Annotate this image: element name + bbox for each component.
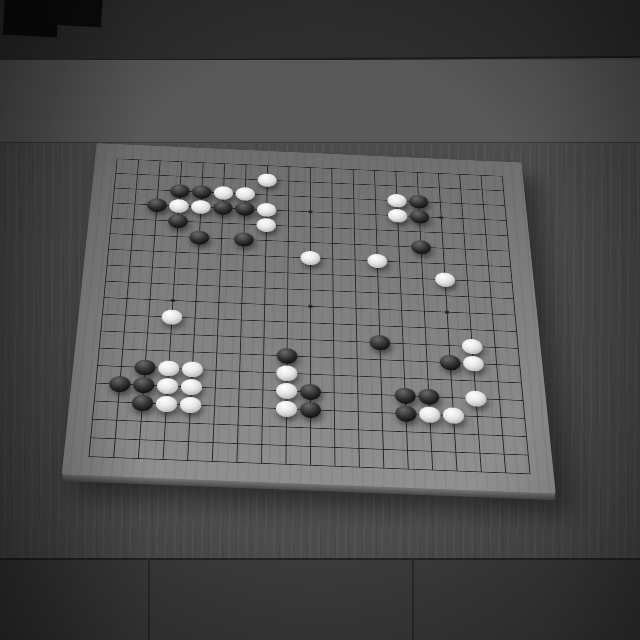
- intersection-c8r13: [251, 346, 275, 364]
- intersection-c18r18: [491, 444, 517, 464]
- intersection-c2r18: [102, 429, 128, 449]
- intersection-c18r3: [472, 196, 495, 212]
- intersection-c18r2: [470, 182, 493, 198]
- intersection-c16r2: [428, 180, 450, 196]
- intersection-c6r14: [203, 361, 227, 379]
- intersection-c13r14: [369, 368, 393, 386]
- intersection-c4r13: [157, 342, 182, 360]
- intersection-c15r8: [411, 270, 434, 287]
- star-point: [308, 304, 312, 307]
- star-point: [439, 216, 443, 219]
- intersection-c7r4: [233, 201, 255, 217]
- intersection-c11r3: [321, 190, 343, 206]
- intersection-c14r5: [387, 222, 410, 238]
- intersection-c15r2: [406, 179, 428, 195]
- intersection-c9r15: [274, 381, 298, 400]
- intersection-c11r7: [321, 250, 343, 267]
- intersection-c9r6: [277, 233, 299, 249]
- intersection-c19r2: [492, 183, 515, 199]
- intersection-c5r17: [177, 413, 202, 432]
- intersection-c17r11: [459, 321, 483, 339]
- intersection-c9r13: [275, 346, 299, 364]
- intersection-c2r9: [116, 273, 140, 290]
- intersection-c1r9: [93, 272, 117, 289]
- intersection-c19r11: [504, 322, 528, 340]
- intersection-c4r19: [150, 449, 176, 469]
- black-stone: [108, 375, 130, 392]
- black-stone: [394, 387, 416, 404]
- intersection-c10r12: [298, 330, 321, 348]
- intersection-c7r3: [234, 186, 256, 202]
- intersection-c7r12: [228, 328, 252, 346]
- intersection-c12r10: [344, 299, 367, 316]
- intersection-c10r4: [299, 204, 321, 220]
- intersection-c13r12: [368, 333, 392, 351]
- intersection-c13r13: [368, 350, 392, 368]
- intersection-c6r5: [210, 215, 233, 231]
- black-stone: [276, 348, 297, 364]
- white-stone: [235, 187, 255, 201]
- white-stone: [276, 365, 297, 381]
- intersection-c1r18: [77, 428, 103, 448]
- intersection-c9r10: [276, 296, 299, 313]
- intersection-c3r7: [141, 243, 165, 260]
- intersection-c17r12: [460, 337, 484, 355]
- photo-scene: [0, 0, 640, 640]
- intersection-c15r11: [413, 319, 437, 337]
- dark-object-corner: [51, 0, 103, 27]
- intersection-c8r17: [249, 416, 274, 435]
- intersection-c2r3: [124, 181, 147, 197]
- black-stone: [409, 209, 429, 223]
- intersection-c8r1: [256, 158, 278, 173]
- intersection-c14r17: [394, 422, 419, 441]
- intersection-c3r17: [128, 411, 154, 430]
- intersection-c7r2: [234, 171, 256, 187]
- intersection-c12r12: [345, 332, 368, 350]
- white-stone: [462, 355, 484, 371]
- intersection-c8r3: [256, 187, 278, 203]
- intersection-c18r14: [485, 372, 510, 390]
- intersection-c11r5: [321, 220, 343, 236]
- intersection-c11r17: [322, 419, 346, 438]
- intersection-c3r12: [135, 324, 160, 342]
- intersection-c12r15: [345, 384, 369, 403]
- intersection-c14r1: [384, 163, 406, 178]
- intersection-c3r5: [144, 212, 167, 228]
- intersection-c16r12: [437, 336, 461, 354]
- intersection-c12r18: [346, 438, 371, 458]
- intersection-c11r9: [321, 282, 344, 299]
- black-stone: [411, 240, 431, 255]
- intersection-c14r9: [389, 285, 412, 302]
- intersection-c8r11: [252, 312, 275, 330]
- white-stone: [256, 202, 276, 216]
- white-stone: [190, 200, 210, 214]
- intersection-c5r10: [184, 292, 208, 309]
- intersection-c10r9: [299, 281, 322, 298]
- black-stone: [395, 405, 417, 422]
- intersection-c13r9: [366, 284, 389, 301]
- intersection-c5r18: [175, 432, 200, 452]
- intersection-c17r7: [454, 256, 477, 273]
- intersection-c9r9: [276, 280, 299, 297]
- intersection-c6r11: [206, 310, 230, 328]
- intersection-c13r1: [363, 162, 385, 177]
- intersection-c13r4: [364, 206, 386, 222]
- intersection-c17r18: [467, 443, 492, 463]
- intersection-c16r19: [444, 461, 470, 481]
- intersection-c5r1: [192, 155, 214, 170]
- intersection-c14r16: [393, 404, 418, 423]
- intersection-c17r3: [450, 195, 473, 211]
- intersection-c16r5: [430, 224, 453, 240]
- intersection-c12r16: [346, 402, 370, 421]
- intersection-c4r12: [158, 325, 182, 343]
- intersection-c17r8: [455, 272, 479, 289]
- black-stone: [132, 376, 154, 393]
- intersection-c6r2: [213, 170, 235, 186]
- intersection-c13r5: [365, 222, 387, 238]
- intersection-c4r17: [152, 412, 177, 431]
- intersection-c7r6: [232, 231, 255, 247]
- intersection-c17r10: [457, 304, 481, 321]
- intersection-c9r11: [275, 313, 298, 331]
- intersection-c1r14: [84, 356, 109, 374]
- white-stone: [155, 395, 177, 412]
- intersection-c9r16: [274, 399, 298, 418]
- intersection-c2r14: [108, 357, 133, 375]
- intersection-c5r11: [183, 309, 207, 327]
- black-stone: [299, 383, 320, 400]
- intersection-c9r8: [276, 264, 299, 281]
- star-point: [444, 310, 449, 313]
- intersection-c19r10: [503, 306, 527, 323]
- intersection-c1r7: [96, 241, 120, 258]
- intersection-c14r18: [395, 440, 420, 460]
- black-stone: [299, 401, 320, 418]
- intersection-c3r10: [137, 290, 161, 307]
- intersection-c16r9: [434, 287, 458, 304]
- white-stone: [465, 390, 487, 407]
- intersection-c18r4: [473, 211, 496, 227]
- intersection-c1r2: [104, 165, 127, 181]
- intersection-c4r14: [156, 359, 181, 377]
- intersection-c18r7: [476, 257, 499, 274]
- black-stone: [418, 388, 440, 405]
- intersection-c4r1: [170, 154, 192, 169]
- intersection-c19r17: [513, 427, 539, 446]
- intersection-c8r2: [256, 172, 278, 188]
- intersection-c10r19: [298, 455, 323, 475]
- intersection-c14r15: [393, 386, 417, 405]
- white-stone: [300, 250, 320, 265]
- intersection-c3r11: [136, 307, 160, 325]
- intersection-c4r16: [153, 394, 178, 413]
- intersection-c11r19: [322, 456, 347, 476]
- black-stone: [134, 359, 156, 375]
- intersection-c3r14: [132, 358, 157, 376]
- intersection-c7r19: [224, 452, 249, 472]
- intersection-c19r12: [506, 339, 531, 357]
- intersection-c14r13: [391, 351, 415, 369]
- intersection-c11r10: [321, 298, 344, 315]
- intersection-c3r18: [126, 430, 152, 450]
- intersection-c6r4: [211, 200, 234, 216]
- white-stone: [367, 253, 387, 268]
- intersection-c1r13: [86, 339, 111, 357]
- intersection-c12r19: [347, 457, 372, 477]
- go-grid: [75, 151, 542, 484]
- intersection-c18r9: [479, 289, 503, 306]
- intersection-c6r19: [199, 451, 224, 471]
- intersection-c19r15: [510, 391, 535, 410]
- intersection-c7r7: [231, 246, 254, 263]
- intersection-c7r13: [228, 345, 252, 363]
- black-stone: [408, 194, 428, 208]
- intersection-c11r8: [321, 266, 344, 283]
- intersection-c10r8: [299, 265, 322, 282]
- white-stone: [387, 193, 407, 207]
- intersection-c18r8: [478, 273, 502, 290]
- intersection-c15r1: [406, 164, 428, 179]
- intersection-c19r16: [512, 409, 537, 428]
- white-stone: [213, 186, 233, 200]
- intersection-c3r3: [146, 182, 169, 198]
- intersection-c10r14: [298, 365, 322, 383]
- intersection-c2r7: [119, 242, 143, 259]
- intersection-c17r17: [466, 425, 491, 444]
- intersection-c1r5: [99, 210, 123, 226]
- intersection-c7r16: [226, 397, 251, 416]
- black-stone: [167, 214, 187, 228]
- intersection-c6r1: [213, 156, 235, 171]
- go-board: [62, 143, 556, 493]
- black-stone: [189, 230, 209, 245]
- intersection-c17r13: [461, 354, 485, 372]
- intersection-c10r5: [299, 219, 321, 235]
- intersection-c18r15: [487, 390, 512, 409]
- intersection-c17r6: [453, 241, 476, 257]
- intersection-c12r8: [344, 267, 367, 284]
- plank-seam: [412, 558, 414, 640]
- intersection-c4r8: [163, 259, 187, 276]
- go-board-wood: [62, 143, 556, 493]
- intersection-c5r14: [180, 360, 205, 378]
- intersection-c7r8: [231, 262, 254, 279]
- intersection-c19r19: [516, 464, 542, 484]
- intersection-c6r8: [208, 261, 231, 278]
- intersection-c16r16: [441, 406, 466, 425]
- intersection-c6r3: [212, 185, 234, 201]
- intersection-c7r11: [229, 311, 253, 329]
- black-stone: [131, 394, 153, 411]
- intersection-c2r8: [117, 257, 141, 274]
- intersection-c7r14: [227, 362, 251, 380]
- intersection-c12r3: [342, 191, 364, 207]
- intersection-c7r10: [230, 294, 253, 311]
- intersection-c4r5: [166, 213, 189, 229]
- intersection-c15r17: [418, 423, 443, 442]
- intersection-c17r14: [462, 371, 487, 389]
- intersection-c11r4: [321, 204, 343, 220]
- intersection-c2r13: [110, 340, 135, 358]
- intersection-c15r18: [419, 441, 444, 461]
- intersection-c4r9: [162, 275, 186, 292]
- intersection-c2r19: [100, 447, 126, 467]
- intersection-c15r6: [409, 239, 432, 255]
- table-plank-bottom: [0, 558, 640, 640]
- intersection-c13r8: [366, 268, 389, 285]
- intersection-c9r2: [278, 173, 300, 189]
- intersection-c13r3: [364, 192, 386, 208]
- intersection-c13r11: [367, 317, 390, 335]
- black-stone: [439, 354, 460, 370]
- intersection-c8r9: [253, 279, 276, 296]
- intersection-c16r3: [429, 194, 452, 210]
- intersection-c17r2: [449, 181, 471, 197]
- intersection-c9r12: [275, 330, 298, 348]
- intersection-c1r3: [102, 180, 125, 196]
- intersection-c2r1: [127, 152, 150, 167]
- intersection-c6r13: [204, 344, 228, 362]
- intersection-c10r18: [298, 436, 322, 456]
- plank-seam: [148, 558, 150, 640]
- intersection-c2r2: [126, 166, 149, 182]
- intersection-c16r13: [438, 353, 462, 371]
- intersection-c15r3: [407, 194, 429, 210]
- intersection-c11r15: [322, 383, 346, 402]
- intersection-c19r13: [507, 356, 532, 374]
- intersection-c5r8: [185, 260, 208, 277]
- intersection-c9r5: [277, 218, 299, 234]
- intersection-c1r19: [75, 446, 102, 466]
- intersection-c8r16: [250, 398, 274, 417]
- intersection-c1r17: [79, 409, 105, 428]
- white-stone: [257, 173, 276, 187]
- intersection-c5r9: [185, 276, 209, 293]
- intersection-c12r11: [344, 316, 367, 334]
- intersection-c19r8: [500, 274, 524, 291]
- intersection-c17r9: [456, 288, 480, 305]
- intersection-c1r6: [98, 225, 122, 241]
- black-stone: [146, 198, 166, 212]
- intersection-c1r4: [101, 195, 124, 211]
- black-stone: [369, 334, 390, 350]
- intersection-c9r17: [274, 417, 298, 436]
- star-point: [308, 210, 312, 213]
- intersection-c3r19: [125, 448, 151, 468]
- intersection-c15r16: [417, 405, 442, 424]
- intersection-c16r8: [433, 271, 456, 288]
- intersection-c7r9: [230, 278, 253, 295]
- intersection-c17r15: [463, 389, 488, 408]
- intersection-c19r3: [493, 197, 516, 213]
- intersection-c14r10: [389, 301, 412, 318]
- intersection-c8r5: [255, 217, 277, 233]
- intersection-c2r6: [120, 226, 144, 242]
- intersection-c13r6: [365, 237, 388, 253]
- star-point: [170, 298, 175, 301]
- intersection-c14r7: [388, 253, 411, 270]
- intersection-c6r12: [205, 327, 229, 345]
- intersection-c15r5: [408, 223, 431, 239]
- intersection-c16r17: [442, 424, 467, 443]
- intersection-c7r1: [235, 157, 257, 172]
- intersection-c8r10: [253, 295, 276, 312]
- intersection-c19r1: [490, 168, 513, 183]
- black-stone: [169, 184, 189, 198]
- white-stone: [434, 272, 455, 287]
- intersection-c13r7: [366, 252, 389, 269]
- intersection-c14r8: [388, 269, 411, 286]
- intersection-c18r11: [481, 322, 505, 340]
- intersection-c17r4: [451, 210, 474, 226]
- intersection-c11r13: [322, 348, 346, 366]
- intersection-c5r13: [181, 343, 205, 361]
- intersection-c9r18: [273, 435, 298, 455]
- white-stone: [276, 382, 297, 399]
- intersection-c5r5: [188, 214, 211, 230]
- intersection-c11r6: [321, 235, 343, 251]
- intersection-c2r10: [114, 290, 138, 307]
- intersection-c13r16: [369, 403, 393, 422]
- intersection-c12r14: [345, 367, 369, 385]
- intersection-c12r13: [345, 349, 369, 367]
- intersection-c4r15: [155, 376, 180, 395]
- intersection-c14r4: [386, 207, 408, 223]
- black-stone: [234, 202, 254, 216]
- intersection-c4r6: [165, 228, 188, 244]
- intersection-c3r13: [133, 341, 158, 359]
- intersection-c11r12: [322, 331, 345, 349]
- black-stone: [191, 185, 211, 199]
- intersection-c7r5: [233, 216, 256, 232]
- intersection-c12r5: [343, 221, 365, 237]
- intersection-c11r2: [321, 175, 343, 191]
- intersection-c8r12: [252, 329, 276, 347]
- intersection-c5r15: [179, 377, 204, 396]
- intersection-c8r18: [249, 434, 274, 454]
- intersection-c15r7: [410, 254, 433, 271]
- intersection-c13r2: [364, 177, 386, 193]
- intersection-c14r6: [387, 238, 410, 254]
- intersection-c9r1: [278, 159, 300, 174]
- intersection-c5r19: [174, 450, 200, 470]
- intersection-c16r1: [427, 165, 449, 180]
- intersection-c10r15: [298, 382, 322, 401]
- white-stone: [461, 338, 482, 354]
- intersection-c12r9: [344, 283, 367, 300]
- intersection-c1r1: [105, 151, 128, 166]
- intersection-c6r6: [210, 230, 233, 246]
- intersection-c12r4: [343, 205, 365, 221]
- intersection-c1r11: [90, 305, 115, 323]
- intersection-c10r11: [298, 314, 321, 332]
- intersection-c9r3: [277, 188, 299, 204]
- intersection-c5r3: [190, 184, 213, 200]
- intersection-c5r6: [187, 229, 210, 245]
- intersection-c17r5: [452, 225, 475, 241]
- intersection-c19r6: [497, 243, 520, 259]
- intersection-c13r18: [370, 439, 395, 459]
- intersection-c19r5: [496, 227, 519, 243]
- intersection-c14r12: [391, 334, 415, 352]
- intersection-c14r11: [390, 318, 414, 336]
- intersection-c1r15: [83, 373, 109, 392]
- intersection-c1r10: [91, 289, 116, 306]
- intersection-c3r1: [148, 153, 171, 168]
